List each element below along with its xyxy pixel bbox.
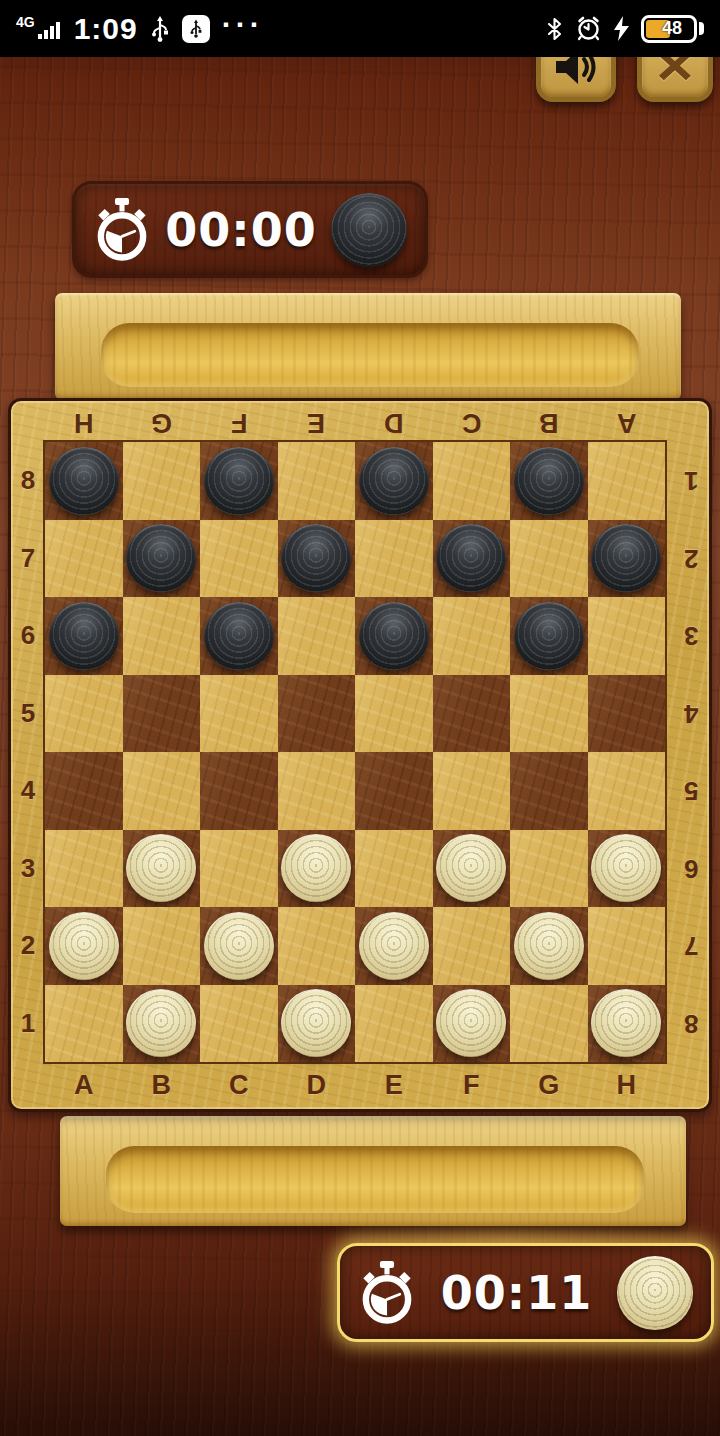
rank-label-left-4: 4 [21, 775, 35, 806]
status-bar: 4G 1:09 [0, 0, 720, 57]
file-label-top-H: H [74, 407, 94, 438]
square-F5[interactable] [433, 675, 511, 753]
square-C8[interactable] [200, 442, 278, 520]
square-A8[interactable] [45, 442, 123, 520]
checkers-board: HGFEDCBA 87654321 12345678 ABCDEFGH [8, 398, 712, 1112]
player-time: 00:11 [416, 1266, 617, 1320]
rank-label-left-7: 7 [21, 543, 35, 574]
alarm-icon [575, 15, 602, 42]
square-C7[interactable] [200, 520, 278, 598]
rank-label-right-4: 4 [684, 698, 698, 729]
battery-icon: 48 [641, 15, 704, 43]
stopwatch-icon [93, 198, 151, 262]
black-piece-A8[interactable] [49, 447, 119, 515]
black-piece-G6[interactable] [514, 602, 584, 670]
square-A1[interactable] [45, 985, 123, 1063]
black-piece-D7[interactable] [281, 524, 351, 592]
usb-icon [150, 15, 170, 43]
square-F4[interactable] [433, 752, 511, 830]
file-label-bottom-H: H [617, 1070, 637, 1101]
black-piece-C6[interactable] [204, 602, 274, 670]
file-label-top-C: C [462, 407, 482, 438]
black-piece-E6[interactable] [359, 602, 429, 670]
file-label-bottom-D: D [307, 1070, 327, 1101]
black-piece-A6[interactable] [49, 602, 119, 670]
bluetooth-icon [546, 17, 563, 41]
captured-tray-bottom [60, 1116, 686, 1226]
board-grid [43, 440, 667, 1064]
signal-bars-icon: 4G [16, 19, 62, 39]
clock-time: 1:09 [74, 12, 138, 46]
square-C3[interactable] [200, 830, 278, 908]
white-piece-G2[interactable] [514, 912, 584, 980]
square-A5[interactable] [45, 675, 123, 753]
square-E3[interactable] [355, 830, 433, 908]
square-B3[interactable] [123, 830, 201, 908]
file-label-bottom-G: G [538, 1070, 559, 1101]
square-E6[interactable] [355, 597, 433, 675]
white-piece-D3[interactable] [281, 834, 351, 902]
usb-tethering-icon [182, 15, 210, 43]
square-H7[interactable] [588, 520, 666, 598]
square-H8[interactable] [588, 442, 666, 520]
square-F7[interactable] [433, 520, 511, 598]
rank-label-left-6: 6 [21, 620, 35, 651]
rank-label-right-3: 3 [684, 620, 698, 651]
file-label-top-B: B [539, 407, 559, 438]
square-A6[interactable] [45, 597, 123, 675]
square-B4[interactable] [123, 752, 201, 830]
square-G5[interactable] [510, 675, 588, 753]
square-H4[interactable] [588, 752, 666, 830]
square-B8[interactable] [123, 442, 201, 520]
black-piece-C8[interactable] [204, 447, 274, 515]
black-piece-E8[interactable] [359, 447, 429, 515]
square-D8[interactable] [278, 442, 356, 520]
square-D7[interactable] [278, 520, 356, 598]
black-piece-F7[interactable] [436, 524, 506, 592]
white-piece-B3[interactable] [126, 834, 196, 902]
square-A7[interactable] [45, 520, 123, 598]
file-labels-bottom: ABCDEFGH [45, 1068, 665, 1102]
file-label-top-A: A [617, 407, 637, 438]
square-D1[interactable] [278, 985, 356, 1063]
square-D6[interactable] [278, 597, 356, 675]
square-G2[interactable] [510, 907, 588, 985]
square-B2[interactable] [123, 907, 201, 985]
square-F8[interactable] [433, 442, 511, 520]
rank-label-right-1: 1 [684, 465, 698, 496]
file-label-bottom-C: C [229, 1070, 249, 1101]
square-E5[interactable] [355, 675, 433, 753]
square-G6[interactable] [510, 597, 588, 675]
file-label-bottom-B: B [152, 1070, 172, 1101]
square-G4[interactable] [510, 752, 588, 830]
rank-label-left-3: 3 [21, 853, 35, 884]
square-H5[interactable] [588, 675, 666, 753]
white-piece-F1[interactable] [436, 989, 506, 1057]
rank-label-right-8: 8 [684, 1008, 698, 1039]
opponent-timer-panel: 00:00 [72, 181, 428, 278]
square-F1[interactable] [433, 985, 511, 1063]
white-piece-H3[interactable] [591, 834, 661, 902]
white-piece-D1[interactable] [281, 989, 351, 1057]
square-B6[interactable] [123, 597, 201, 675]
square-D2[interactable] [278, 907, 356, 985]
square-H1[interactable] [588, 985, 666, 1063]
stopwatch-icon [358, 1261, 416, 1325]
white-piece-B1[interactable] [126, 989, 196, 1057]
square-G3[interactable] [510, 830, 588, 908]
square-H2[interactable] [588, 907, 666, 985]
square-E1[interactable] [355, 985, 433, 1063]
square-H3[interactable] [588, 830, 666, 908]
rank-label-left-5: 5 [21, 698, 35, 729]
square-G1[interactable] [510, 985, 588, 1063]
opponent-time: 00:00 [151, 203, 331, 257]
file-label-top-D: D [384, 407, 404, 438]
white-piece-A2[interactable] [49, 912, 119, 980]
square-E2[interactable] [355, 907, 433, 985]
more-icon: ··· [222, 15, 264, 35]
square-A2[interactable] [45, 907, 123, 985]
rank-label-right-2: 2 [684, 543, 698, 574]
file-label-top-F: F [231, 407, 248, 438]
rank-label-left-2: 2 [21, 930, 35, 961]
player-timer-panel: 00:11 [337, 1243, 714, 1342]
square-D5[interactable] [278, 675, 356, 753]
file-labels-top: HGFEDCBA [45, 405, 665, 439]
file-label-bottom-A: A [74, 1070, 94, 1101]
square-F3[interactable] [433, 830, 511, 908]
file-label-bottom-E: E [385, 1070, 403, 1101]
battery-percent: 48 [644, 18, 694, 40]
square-C4[interactable] [200, 752, 278, 830]
square-C6[interactable] [200, 597, 278, 675]
white-piece-C2[interactable] [204, 912, 274, 980]
square-H6[interactable] [588, 597, 666, 675]
square-C1[interactable] [200, 985, 278, 1063]
charging-icon [614, 16, 629, 41]
rank-labels-right: 12345678 [669, 442, 713, 1062]
opponent-piece-black [331, 193, 407, 267]
square-G7[interactable] [510, 520, 588, 598]
white-piece-E2[interactable] [359, 912, 429, 980]
rank-label-left-1: 1 [21, 1008, 35, 1039]
square-D4[interactable] [278, 752, 356, 830]
square-C2[interactable] [200, 907, 278, 985]
square-E8[interactable] [355, 442, 433, 520]
battery-tip [699, 22, 704, 35]
rank-label-right-5: 5 [684, 775, 698, 806]
square-A4[interactable] [45, 752, 123, 830]
square-D3[interactable] [278, 830, 356, 908]
black-piece-H7[interactable] [591, 524, 661, 592]
player-piece-white [617, 1256, 693, 1330]
square-B5[interactable] [123, 675, 201, 753]
file-label-top-E: E [307, 407, 325, 438]
rank-label-right-7: 7 [684, 930, 698, 961]
square-B7[interactable] [123, 520, 201, 598]
square-F2[interactable] [433, 907, 511, 985]
square-F6[interactable] [433, 597, 511, 675]
white-piece-F3[interactable] [436, 834, 506, 902]
white-piece-H1[interactable] [591, 989, 661, 1057]
black-piece-G8[interactable] [514, 447, 584, 515]
file-label-bottom-F: F [463, 1070, 480, 1101]
square-A3[interactable] [45, 830, 123, 908]
file-label-top-G: G [151, 407, 172, 438]
captured-tray-top [55, 293, 681, 400]
black-piece-B7[interactable] [126, 524, 196, 592]
rank-label-left-8: 8 [21, 465, 35, 496]
square-G8[interactable] [510, 442, 588, 520]
square-C5[interactable] [200, 675, 278, 753]
square-B1[interactable] [123, 985, 201, 1063]
rank-labels-left: 87654321 [12, 442, 44, 1062]
rank-label-right-6: 6 [684, 853, 698, 884]
square-E4[interactable] [355, 752, 433, 830]
network-type: 4G [16, 14, 35, 30]
square-E7[interactable] [355, 520, 433, 598]
